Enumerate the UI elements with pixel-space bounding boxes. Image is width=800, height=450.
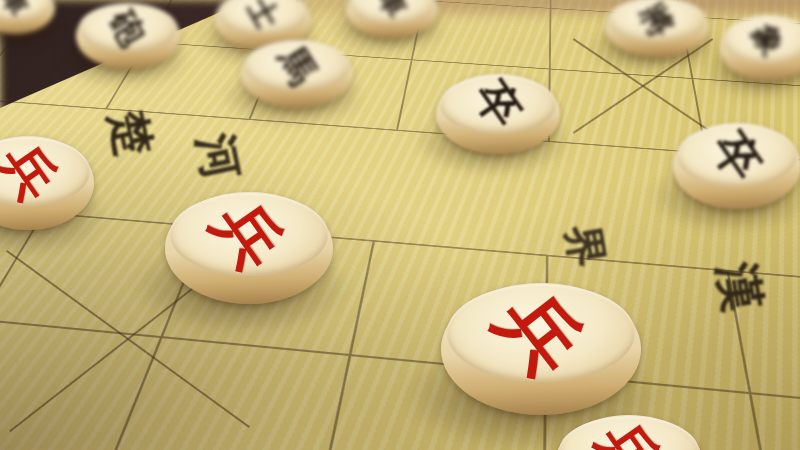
river-char-he: 河 xyxy=(192,130,247,185)
piece-black-horse[interactable]: 馬 xyxy=(241,40,353,108)
piece-red-soldier[interactable]: 兵 xyxy=(0,136,94,230)
piece-character: 兵 xyxy=(590,412,668,450)
piece-face: 卒 xyxy=(440,75,557,134)
piece-face: 馬 xyxy=(244,41,349,91)
piece-character: 車 xyxy=(0,0,33,20)
piece-face: 兵 xyxy=(559,416,698,450)
piece-face: 卒 xyxy=(677,124,797,188)
piece-character: 兵 xyxy=(204,190,293,279)
piece-character: 卒 xyxy=(705,124,769,188)
xiangqi-board-photo: 楚河界漢 車砲士馬車將象卒卒兵兵兵兵 xyxy=(0,0,800,450)
piece-character: 象 xyxy=(748,20,789,61)
piece-black-general[interactable]: 將 xyxy=(605,0,709,57)
piece-character: 兵 xyxy=(486,278,595,387)
piece-red-soldier[interactable]: 兵 xyxy=(555,415,703,450)
piece-black-soldier[interactable]: 卒 xyxy=(673,123,800,209)
piece-face: 將 xyxy=(608,0,706,42)
piece-character: 車 xyxy=(373,0,411,22)
piece-black-chariot[interactable]: 車 xyxy=(0,0,55,34)
river-char-jie: 界 xyxy=(561,222,610,271)
river-char-chu: 楚 xyxy=(105,107,157,159)
piece-face: 兵 xyxy=(447,284,635,382)
piece-character: 馬 xyxy=(272,41,322,91)
river-char-han: 漢 xyxy=(712,259,768,315)
piece-character: 兵 xyxy=(0,134,66,209)
piece-face: 砲 xyxy=(79,4,177,53)
piece-red-soldier[interactable]: 兵 xyxy=(165,192,333,304)
piece-black-soldier[interactable]: 卒 xyxy=(436,74,560,154)
piece-character: 將 xyxy=(635,0,679,42)
piece-red-soldier[interactable]: 兵 xyxy=(441,283,641,415)
piece-character: 卒 xyxy=(467,74,528,135)
piece-character: 士 xyxy=(243,0,284,33)
piece-black-chariot[interactable]: 車 xyxy=(346,0,438,38)
piece-character: 砲 xyxy=(105,5,151,51)
piece-face: 兵 xyxy=(170,193,328,276)
piece-black-elephant[interactable]: 象 xyxy=(720,15,800,81)
piece-black-cannon[interactable]: 砲 xyxy=(76,3,180,69)
